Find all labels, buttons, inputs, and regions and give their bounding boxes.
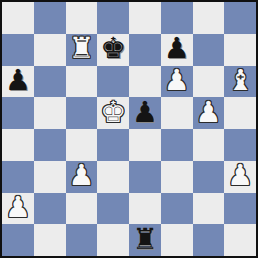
piece-black-king: ♚ <box>100 34 126 63</box>
square-a2[interactable]: ♟ <box>2 193 34 225</box>
chess-board: ♜♚♟♟♟♝♚♟♟♟♟♟♜ <box>0 0 258 258</box>
square-c1[interactable] <box>66 224 98 256</box>
square-c7[interactable]: ♜ <box>66 34 98 66</box>
square-f8[interactable] <box>161 2 193 34</box>
square-g4[interactable] <box>193 129 225 161</box>
square-c5[interactable] <box>66 97 98 129</box>
square-d6[interactable] <box>97 66 129 98</box>
piece-white-rook: ♜ <box>68 34 94 63</box>
square-h6[interactable]: ♝ <box>224 66 256 98</box>
square-g5[interactable]: ♟ <box>193 97 225 129</box>
square-d5[interactable]: ♚ <box>97 97 129 129</box>
piece-black-pawn: ♟ <box>5 66 31 95</box>
square-a8[interactable] <box>2 2 34 34</box>
square-e4[interactable] <box>129 129 161 161</box>
square-h7[interactable] <box>224 34 256 66</box>
square-b3[interactable] <box>34 161 66 193</box>
square-a7[interactable] <box>2 34 34 66</box>
square-b2[interactable] <box>34 193 66 225</box>
piece-black-pawn: ♟ <box>132 98 158 127</box>
piece-white-king: ♚ <box>100 98 126 127</box>
square-e3[interactable] <box>129 161 161 193</box>
square-a3[interactable] <box>2 161 34 193</box>
piece-black-pawn: ♟ <box>164 34 190 63</box>
square-e7[interactable] <box>129 34 161 66</box>
square-d4[interactable] <box>97 129 129 161</box>
square-a1[interactable] <box>2 224 34 256</box>
square-f1[interactable] <box>161 224 193 256</box>
square-f6[interactable]: ♟ <box>161 66 193 98</box>
square-d7[interactable]: ♚ <box>97 34 129 66</box>
square-c6[interactable] <box>66 66 98 98</box>
square-c8[interactable] <box>66 2 98 34</box>
square-e8[interactable] <box>129 2 161 34</box>
square-f4[interactable] <box>161 129 193 161</box>
square-b5[interactable] <box>34 97 66 129</box>
square-e1[interactable]: ♜ <box>129 224 161 256</box>
piece-white-pawn: ♟ <box>195 98 221 127</box>
square-g8[interactable] <box>193 2 225 34</box>
square-e2[interactable] <box>129 193 161 225</box>
square-g3[interactable] <box>193 161 225 193</box>
square-h5[interactable] <box>224 97 256 129</box>
piece-black-rook: ♜ <box>132 225 158 254</box>
square-h4[interactable] <box>224 129 256 161</box>
piece-white-bishop: ♝ <box>227 66 253 95</box>
square-h2[interactable] <box>224 193 256 225</box>
square-c2[interactable] <box>66 193 98 225</box>
piece-white-pawn: ♟ <box>227 161 253 190</box>
square-h8[interactable] <box>224 2 256 34</box>
square-h3[interactable]: ♟ <box>224 161 256 193</box>
square-g7[interactable] <box>193 34 225 66</box>
square-g1[interactable] <box>193 224 225 256</box>
square-c4[interactable] <box>66 129 98 161</box>
square-g6[interactable] <box>193 66 225 98</box>
square-b7[interactable] <box>34 34 66 66</box>
square-e5[interactable]: ♟ <box>129 97 161 129</box>
square-e6[interactable] <box>129 66 161 98</box>
square-g2[interactable] <box>193 193 225 225</box>
piece-white-pawn: ♟ <box>5 193 31 222</box>
square-b1[interactable] <box>34 224 66 256</box>
square-c3[interactable]: ♟ <box>66 161 98 193</box>
square-b8[interactable] <box>34 2 66 34</box>
square-h1[interactable] <box>224 224 256 256</box>
square-a6[interactable]: ♟ <box>2 66 34 98</box>
square-a4[interactable] <box>2 129 34 161</box>
square-f7[interactable]: ♟ <box>161 34 193 66</box>
square-d2[interactable] <box>97 193 129 225</box>
square-f5[interactable] <box>161 97 193 129</box>
square-a5[interactable] <box>2 97 34 129</box>
square-b4[interactable] <box>34 129 66 161</box>
square-d8[interactable] <box>97 2 129 34</box>
square-b6[interactable] <box>34 66 66 98</box>
piece-white-pawn: ♟ <box>164 66 190 95</box>
piece-white-pawn: ♟ <box>68 161 94 190</box>
square-d3[interactable] <box>97 161 129 193</box>
square-d1[interactable] <box>97 224 129 256</box>
square-f3[interactable] <box>161 161 193 193</box>
square-f2[interactable] <box>161 193 193 225</box>
